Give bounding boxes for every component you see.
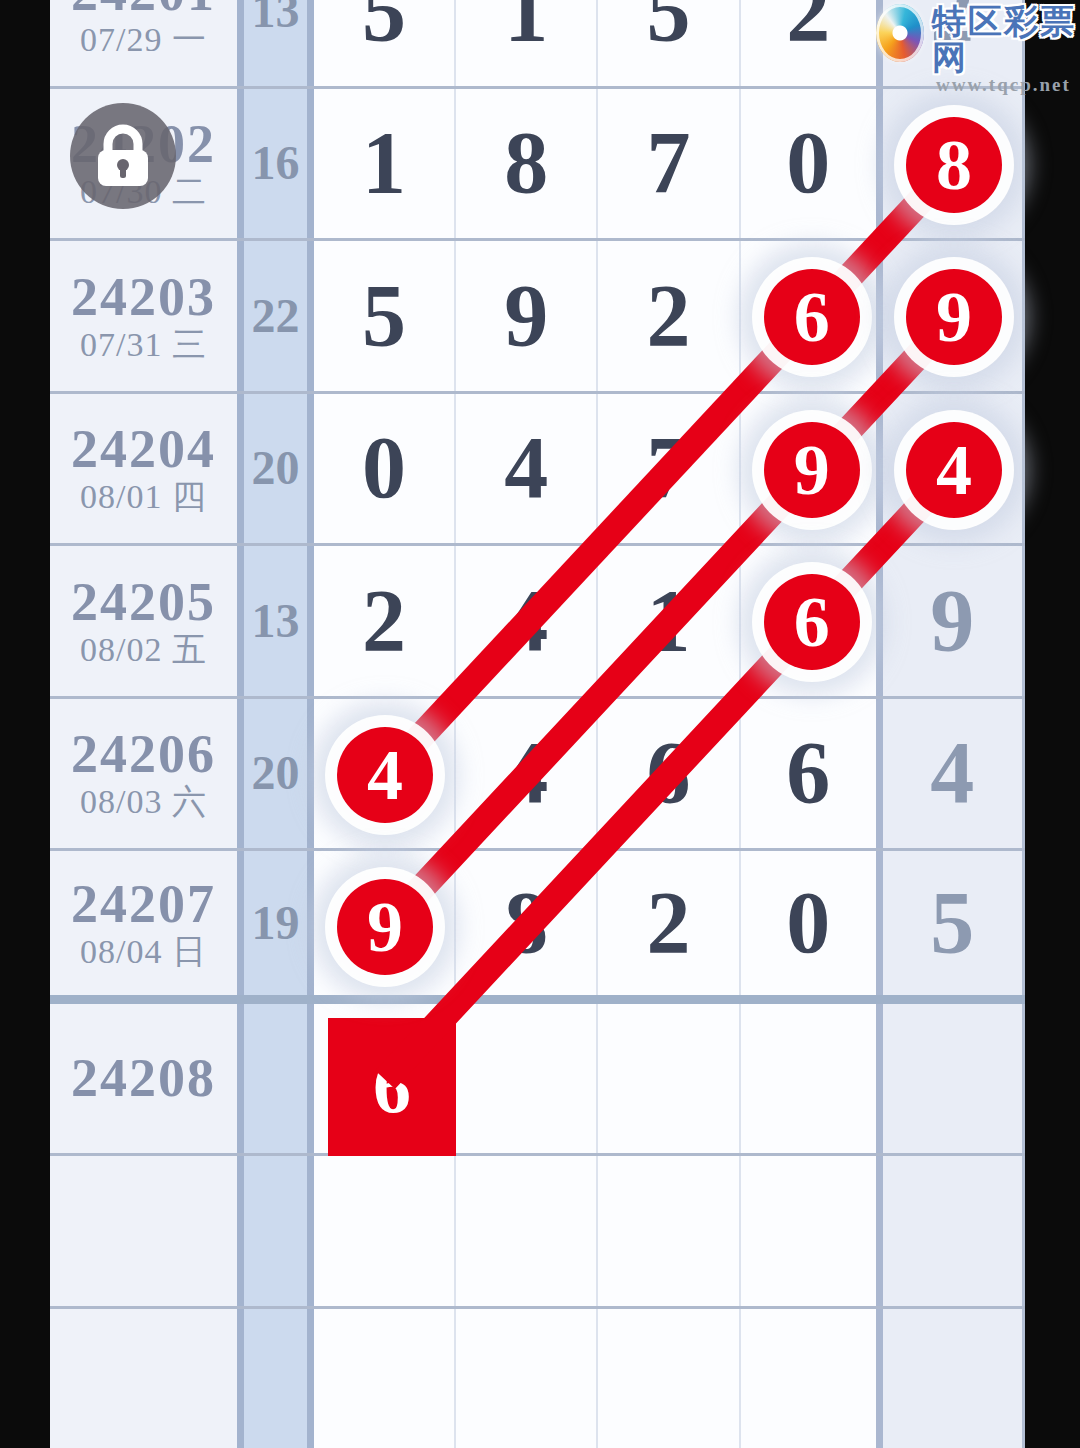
digit-value: 8 [504,119,548,207]
digit-value: 4 [504,577,548,665]
digit-cell: 8 [456,89,598,239]
digit-cell: 9 [456,241,598,391]
digit-cell [598,1156,740,1306]
issue-cell: 2420307/31 三 [50,241,237,391]
draw-date: 07/29 一 [80,23,207,57]
digit-cell [456,1309,598,1448]
sum-cell: 13 [237,546,314,696]
digit-cell: 2 [741,0,883,86]
trend-chart-stage: 2420107/29 一13515222420207/30 二161870242… [0,0,1080,1448]
sum-cell: 20 [237,394,314,544]
sum-cell: 16 [237,89,314,239]
digit-value: 5 [362,0,406,55]
sum-cell: 22 [237,241,314,391]
digit-cell [883,1156,1025,1306]
sum-cell: 13 [237,0,314,86]
draw-date: 08/01 四 [80,480,207,514]
site-logo[interactable]: 特区彩票网 www.tqcp.net [876,4,1080,96]
sum-value: 13 [252,597,300,645]
table-row: 2420207/30 二161870 [50,89,1025,242]
digit-cell [741,1156,883,1306]
sum-cell [237,1156,314,1306]
issue-cell: 2420708/04 日 [50,851,237,995]
trend-circle: 9 [764,422,860,518]
digit-cell [456,1004,598,1154]
digit-cell [598,1309,740,1448]
table-row: 2420508/02 五132419 [50,546,1025,699]
digit-cell [598,1004,740,1154]
digit-cell: 5 [314,0,456,86]
digit-value: 6 [646,729,690,817]
draw-date: 07/31 三 [80,328,207,362]
digit-value: 8 [504,879,548,967]
digit-value: 2 [646,272,690,360]
digit-cell [883,1004,1025,1154]
digit-cell [741,1309,883,1448]
issue-cell: 2420508/02 五 [50,546,237,696]
digit-value: 0 [786,119,830,207]
table-row [50,1309,1025,1448]
digit-cell [314,1156,456,1306]
digit-value: 4 [930,729,974,817]
issue-number: 24203 [71,270,216,324]
trend-circle: 9 [906,269,1002,365]
lock-icon [94,123,152,189]
digit-value: 1 [646,577,690,665]
digit-cell: 4 [456,546,598,696]
digit-value: 6 [786,729,830,817]
digit-cell: 8 [456,851,598,995]
digit-value: 5 [362,272,406,360]
digit-cell [314,1309,456,1448]
issue-number: 24205 [71,575,216,629]
site-url: www.tqcp.net [932,75,1080,96]
digit-value: 0 [362,424,406,512]
digit-value: 4 [504,729,548,817]
pending-digit-square: 6 [328,1018,456,1156]
digit-cell: 1 [456,0,598,86]
table-row: 242086 [50,1004,1025,1157]
digit-cell: 1 [598,546,740,696]
trend-circle: 8 [906,117,1002,213]
digit-cell [741,1004,883,1154]
issue-number: 24207 [71,877,216,931]
digit-value: 2 [362,577,406,665]
site-name: 特区彩票网 [932,4,1080,75]
issue-cell [50,1309,237,1448]
site-logo-swirl-icon [876,4,924,62]
digit-cell: 0 [741,851,883,995]
digit-cell [456,1156,598,1306]
trend-circle: 9 [337,879,433,975]
sum-value: 22 [252,292,300,340]
digit-cell: 0 [741,89,883,239]
digit-cell: 5 [598,0,740,86]
digit-cell: 6 [314,1004,456,1154]
issue-number: 24206 [71,727,216,781]
digit-value: 7 [646,424,690,512]
sum-cell: 20 [237,699,314,849]
draw-date: 08/02 五 [80,633,207,667]
sum-cell [237,1309,314,1448]
draw-date: 08/03 六 [80,785,207,819]
digit-value: 7 [646,119,690,207]
digit-cell: 4 [883,699,1025,849]
digit-value: 0 [786,879,830,967]
lottery-trend-table: 2420107/29 一13515222420207/30 二161870242… [50,0,1025,1448]
digit-cell: 7 [598,89,740,239]
table-row: 2420307/31 三22592 [50,241,1025,394]
digit-value: 1 [504,0,548,55]
sum-value: 19 [252,899,300,947]
digit-cell: 5 [314,241,456,391]
digit-cell [883,1309,1025,1448]
issue-cell: 24208 [50,1004,237,1154]
trend-circle: 4 [337,727,433,823]
digit-value: 9 [930,577,974,665]
sum-value: 20 [252,444,300,492]
digit-cell: 7 [598,394,740,544]
digit-cell: 2 [598,851,740,995]
issue-cell: 2420408/01 四 [50,394,237,544]
sum-cell: 19 [237,851,314,995]
digit-value: 2 [786,0,830,55]
digit-value: 2 [646,879,690,967]
digit-cell: 5 [883,851,1025,995]
digit-cell: 2 [598,241,740,391]
digit-cell: 2 [314,546,456,696]
digit-cell: 0 [314,394,456,544]
sum-cell [237,1004,314,1154]
digit-value: 5 [930,879,974,967]
sum-value: 20 [252,749,300,797]
issue-cell: 2420107/29 一 [50,0,237,86]
table-row: 2420708/04 日198205 [50,851,1025,1004]
trend-circle: 4 [906,422,1002,518]
sum-value: 13 [252,0,300,35]
digit-cell: 6 [741,699,883,849]
trend-circle: 6 [764,574,860,670]
issue-number: 24208 [71,1051,216,1105]
table-row [50,1156,1025,1309]
digit-cell: 9 [883,546,1025,696]
digit-value: 4 [504,424,548,512]
lock-button[interactable] [70,103,176,209]
digit-cell: 4 [456,699,598,849]
digit-value: 1 [362,119,406,207]
digit-value: 9 [504,272,548,360]
digit-cell: 4 [456,394,598,544]
issue-number: 24201 [71,0,216,19]
draw-date: 08/04 日 [80,935,207,969]
digit-cell: 6 [598,699,740,849]
issue-cell [50,1156,237,1306]
digit-value: 5 [646,0,690,55]
sum-value: 16 [252,139,300,187]
issue-number: 24204 [71,422,216,476]
table-row: 2420408/01 四20047 [50,394,1025,547]
issue-cell: 2420608/03 六 [50,699,237,849]
table-row: 2420608/03 六204664 [50,699,1025,852]
trend-circle: 6 [764,269,860,365]
digit-cell: 1 [314,89,456,239]
